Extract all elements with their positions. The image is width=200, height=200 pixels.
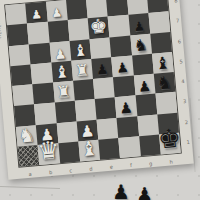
- square-g2[interactable]: [137, 114, 159, 136]
- square-g4[interactable]: ♟: [133, 74, 155, 96]
- square-h1[interactable]: ♚: [159, 132, 181, 154]
- square-a2[interactable]: ♞: [16, 125, 38, 147]
- square-e3[interactable]: [95, 97, 117, 119]
- rank-label-7: 7: [176, 18, 180, 24]
- square-d1[interactable]: ♝: [78, 140, 100, 162]
- square-d6[interactable]: ♝: [69, 39, 91, 61]
- square-f4[interactable]: [113, 75, 135, 97]
- square-e4[interactable]: [93, 77, 115, 99]
- playing-area: ♟♟♚♟♟♝♞♝♜♟♟♝♜♟♞♟♞♟♟♛♝♚: [5, 0, 181, 167]
- square-h3[interactable]: [155, 92, 177, 114]
- file-label-c: c: [69, 167, 72, 173]
- square-g6[interactable]: ♞: [130, 33, 152, 55]
- file-label-d: d: [89, 165, 93, 171]
- square-g3[interactable]: [135, 94, 157, 116]
- square-e2[interactable]: [97, 118, 119, 140]
- black-king[interactable]: ♚: [157, 126, 182, 153]
- square-f2[interactable]: [117, 116, 139, 138]
- white-rook[interactable]: ♜: [74, 63, 89, 80]
- rank-label-3: 3: [183, 98, 187, 104]
- square-f6[interactable]: [110, 35, 132, 57]
- board-brand-marking: ıılıılıı: [0, 21, 3, 40]
- square-e6[interactable]: [89, 37, 111, 59]
- square-f1[interactable]: [118, 136, 140, 158]
- white-bishop[interactable]: ♝: [73, 42, 89, 59]
- black-knight[interactable]: ♞: [133, 37, 149, 54]
- square-b4[interactable]: [32, 83, 54, 105]
- square-f5[interactable]: ♟: [111, 55, 133, 77]
- rank-label-4: 4: [181, 78, 185, 84]
- black-bishop[interactable]: ♝: [155, 55, 171, 73]
- chessboard-photo: ıılıılıı ♟♟♚♟♟♝♞♝♜♟♟♝♜♟♞♟♞♟♟♛♝♚ abcdefgh…: [0, 0, 200, 200]
- white-knight[interactable]: ♞: [17, 125, 36, 145]
- square-c1[interactable]: [58, 141, 80, 163]
- square-f7[interactable]: [108, 15, 130, 37]
- white-bishop[interactable]: ♝: [79, 139, 98, 160]
- square-h4[interactable]: ♞: [154, 72, 176, 94]
- square-a8[interactable]: [5, 4, 27, 26]
- square-d4[interactable]: [73, 79, 95, 101]
- square-d3[interactable]: [75, 99, 97, 121]
- black-pawn[interactable]: ♟: [119, 100, 134, 116]
- file-label-g: g: [149, 160, 153, 166]
- square-c7[interactable]: [47, 20, 69, 42]
- square-a5[interactable]: [11, 64, 33, 86]
- square-b1[interactable]: ♛: [38, 143, 60, 165]
- square-c6[interactable]: ♟: [49, 40, 71, 62]
- white-rook[interactable]: ♜: [56, 84, 72, 102]
- square-h5[interactable]: ♝: [152, 52, 174, 74]
- square-c5[interactable]: ♝: [51, 61, 73, 83]
- file-label-f: f: [130, 161, 132, 167]
- rank-label-2: 2: [185, 119, 189, 125]
- square-e5[interactable]: ♟: [91, 57, 113, 79]
- table-seam-line: [0, 186, 60, 189]
- file-label-a: a: [28, 170, 32, 176]
- square-g7[interactable]: ♟: [128, 13, 150, 35]
- file-label-b: b: [49, 168, 53, 174]
- rank-label-5: 5: [179, 58, 183, 64]
- white-bishop[interactable]: ♝: [54, 63, 70, 81]
- captured-black-pawn: ♟: [112, 182, 130, 200]
- square-g5[interactable]: [132, 54, 154, 76]
- square-h6[interactable]: [150, 32, 172, 54]
- square-e1[interactable]: [98, 138, 120, 160]
- square-d5[interactable]: ♜: [71, 59, 93, 81]
- rank-label-1: 1: [186, 139, 190, 145]
- black-pawn[interactable]: ♟: [137, 79, 151, 94]
- black-pawn[interactable]: ♟: [116, 61, 130, 76]
- square-c8[interactable]: ♟: [46, 0, 68, 22]
- white-pawn[interactable]: ♟: [31, 10, 43, 23]
- square-b6[interactable]: [29, 42, 51, 64]
- black-pawn[interactable]: ♟: [133, 20, 145, 33]
- black-knight[interactable]: ♞: [156, 74, 173, 93]
- chess-board: ıılıılıı ♟♟♚♟♟♝♞♝♜♟♟♝♜♟♞♟♞♟♟♛♝♚ abcdefgh…: [0, 0, 194, 180]
- square-a6[interactable]: [9, 44, 31, 66]
- square-b7[interactable]: [27, 22, 49, 44]
- square-a4[interactable]: [12, 84, 34, 106]
- square-a7[interactable]: [7, 24, 29, 46]
- square-c3[interactable]: [54, 101, 76, 123]
- file-label-h: h: [169, 158, 173, 164]
- file-label-e: e: [110, 163, 114, 169]
- white-pawn[interactable]: ♟: [54, 47, 67, 61]
- square-d7[interactable]: [68, 18, 90, 40]
- white-pawn[interactable]: ♟: [51, 8, 63, 21]
- square-c4[interactable]: ♜: [53, 81, 75, 103]
- square-f3[interactable]: ♟: [115, 96, 137, 118]
- rank-label-6: 6: [178, 38, 182, 44]
- white-queen[interactable]: ♛: [36, 138, 60, 164]
- rank-label-8: 8: [174, 0, 178, 4]
- square-e7[interactable]: ♚: [88, 17, 110, 39]
- square-h7[interactable]: [148, 11, 170, 33]
- square-b3[interactable]: [34, 103, 56, 125]
- black-pawn[interactable]: ♟: [96, 63, 110, 78]
- captured-black-pawn: ♟: [136, 185, 153, 200]
- white-king[interactable]: ♚: [89, 16, 108, 37]
- square-b8[interactable]: ♟: [25, 2, 47, 24]
- square-b5[interactable]: [31, 62, 53, 84]
- square-c2[interactable]: [56, 121, 78, 143]
- square-d8[interactable]: [66, 0, 88, 20]
